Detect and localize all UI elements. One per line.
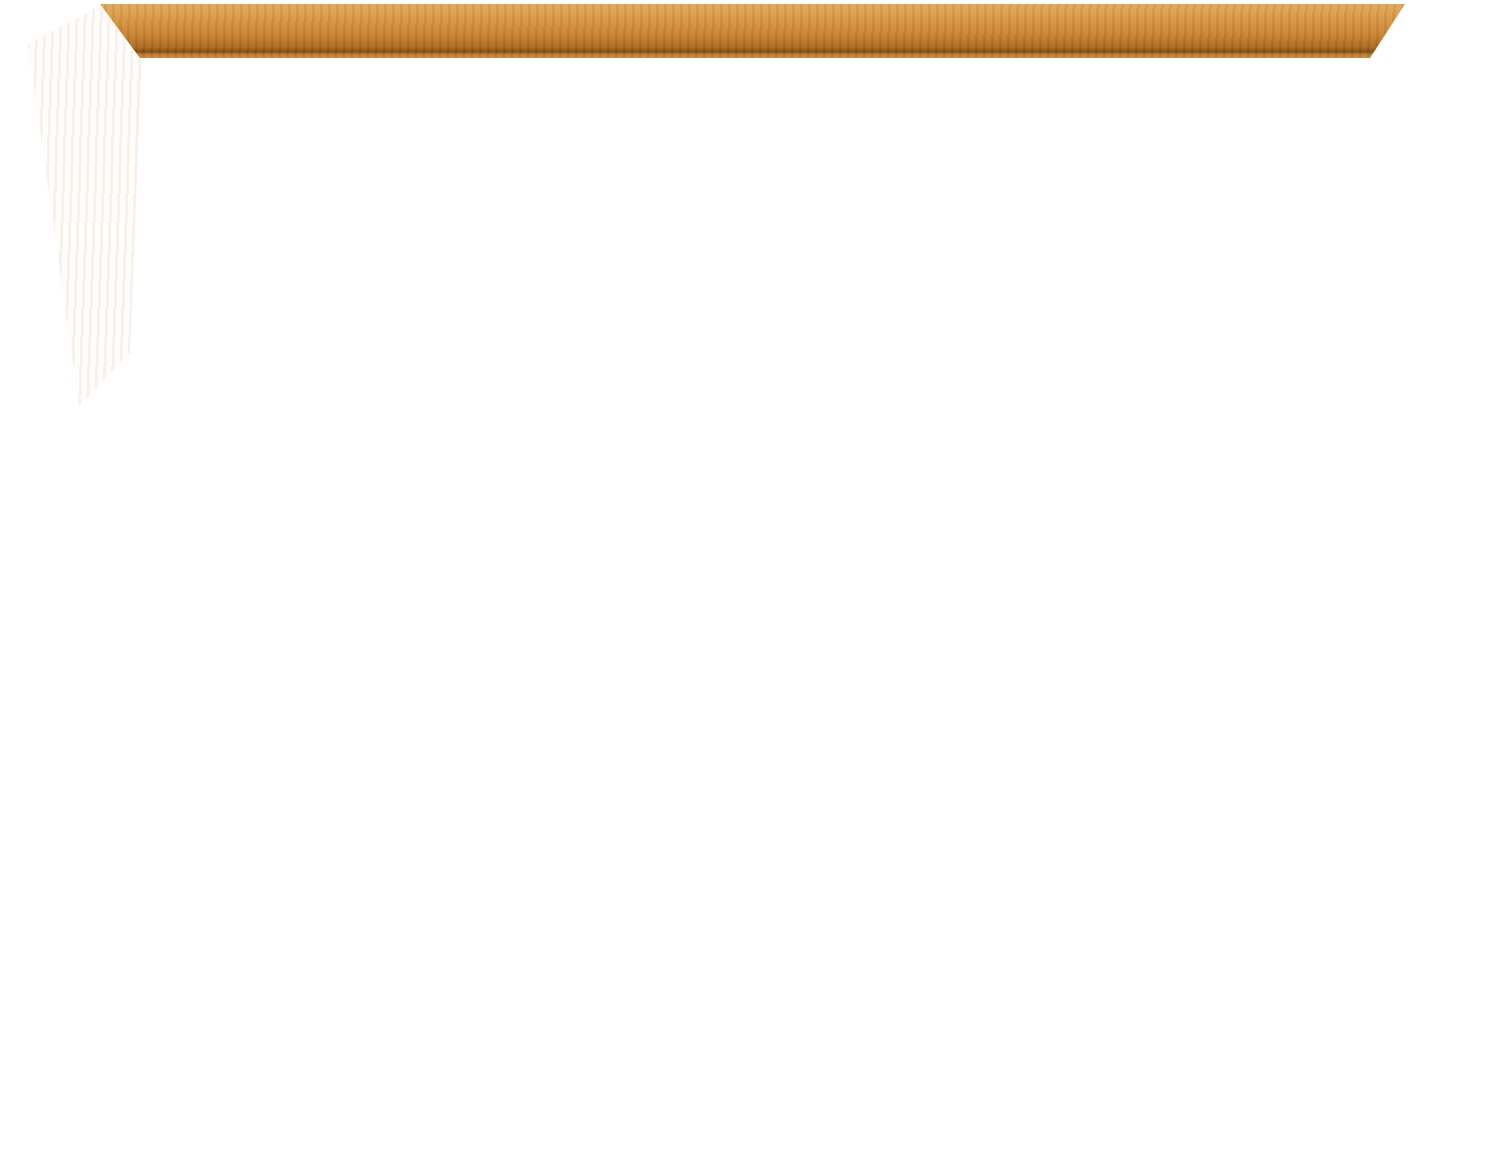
top-half-2 (0, 1044, 180, 1132)
pip (0, 332, 42, 377)
pip (0, 642, 43, 687)
top-half-3 (0, 422, 182, 557)
pip (1, 466, 46, 511)
dominoes-photo-scene (0, 0, 1500, 1166)
box-lid-rim (96, 4, 1408, 58)
domino-3-3[interactable] (0, 422, 183, 735)
pip (2, 156, 47, 201)
pip (0, 1044, 44, 1088)
pip (3, 112, 48, 157)
pip (0, 244, 45, 289)
top-half-6 (0, 733, 182, 999)
pip (1, 200, 46, 245)
pip (0, 554, 44, 599)
pip (0, 821, 44, 865)
top-half-6 (0, 112, 184, 381)
bottom-half-3 (0, 554, 180, 689)
pip (1, 777, 45, 821)
spinner-pin (0, 1139, 34, 1166)
pip (0, 909, 44, 953)
divider-bar (0, 1132, 180, 1139)
pip (0, 997, 43, 1041)
domino-2-0[interactable] (0, 1044, 180, 1166)
pip (0, 865, 44, 909)
pip (0, 1088, 44, 1132)
pip (2, 422, 47, 467)
pip (1, 733, 45, 777)
pip (0, 953, 43, 997)
domino-6-6[interactable] (0, 112, 184, 427)
pip (0, 598, 44, 643)
pip (0, 288, 43, 333)
spinner-pin (0, 693, 32, 728)
pip (0, 510, 45, 555)
pip (0, 376, 41, 421)
domino-6-3[interactable] (0, 733, 182, 1045)
